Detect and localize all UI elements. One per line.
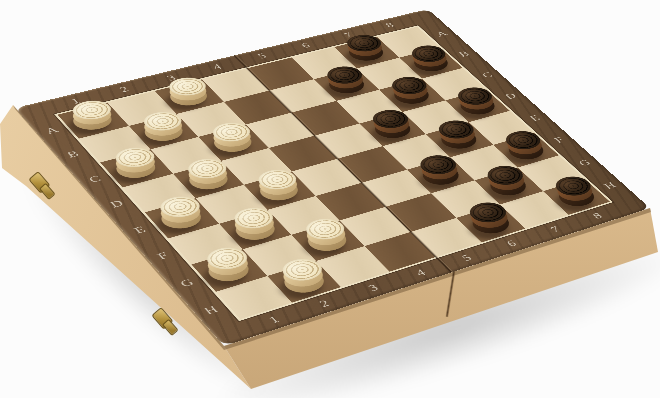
label-left-H: H xyxy=(202,305,220,316)
label-top-4: 4 xyxy=(211,63,224,71)
label-bottom-3: 3 xyxy=(366,283,380,293)
fold-seam-side xyxy=(445,270,455,317)
label-left-E: E xyxy=(132,225,148,235)
label-right-G: G xyxy=(577,158,593,167)
label-left-C: C xyxy=(87,174,103,184)
label-bottom-5: 5 xyxy=(460,253,474,262)
label-bottom-8: 8 xyxy=(591,212,605,221)
label-left-D: D xyxy=(109,199,126,209)
brass-clasp-icon xyxy=(28,171,57,202)
label-left-G: G xyxy=(178,277,196,288)
label-right-A: A xyxy=(434,30,449,38)
label-top-2: 2 xyxy=(118,85,131,93)
label-right-C: C xyxy=(480,71,494,79)
brass-clasp-icon xyxy=(151,307,180,338)
label-right-E: E xyxy=(528,114,542,122)
label-right-F: F xyxy=(553,136,567,144)
label-top-8: 8 xyxy=(384,22,396,29)
label-top-5: 5 xyxy=(256,52,269,60)
label-right-D: D xyxy=(503,92,518,100)
label-right-B: B xyxy=(457,50,471,58)
checkers-board: 11AA22BB33CC44DD55EE66FF77GG88HH xyxy=(15,9,650,346)
label-bottom-6: 6 xyxy=(505,239,519,248)
label-left-A: A xyxy=(44,126,61,135)
clasp-arm xyxy=(162,319,179,336)
label-bottom-1: 1 xyxy=(267,315,282,325)
label-right-H: H xyxy=(602,181,618,190)
board-photo-scene: 11AA22BB33CC44DD55EE66FF77GG88HH xyxy=(0,0,660,398)
label-bottom-2: 2 xyxy=(317,299,331,309)
label-bottom-4: 4 xyxy=(414,268,428,278)
label-left-F: F xyxy=(156,251,171,261)
label-bottom-7: 7 xyxy=(548,225,562,234)
clasp-arm xyxy=(39,183,56,200)
label-left-B: B xyxy=(65,150,81,159)
label-top-6: 6 xyxy=(300,42,312,50)
